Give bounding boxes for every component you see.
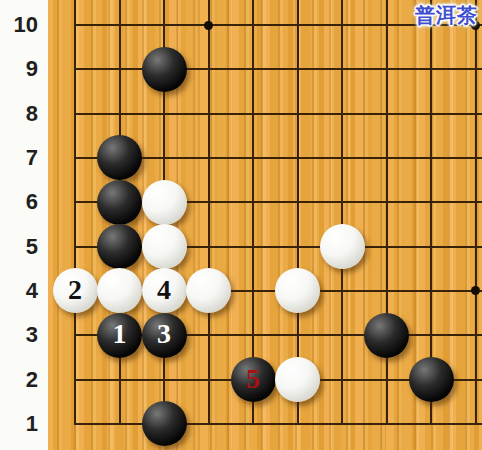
row-label-8: 8 (0, 99, 38, 129)
move-number-label: 5 (246, 365, 260, 393)
row-coordinate-strip: 10987654321 (0, 0, 48, 450)
stone-black (409, 357, 454, 402)
row-label-6: 6 (0, 187, 38, 217)
stone-black (97, 135, 142, 180)
move-number-label: 1 (113, 320, 127, 348)
grid-line-horizontal (74, 113, 482, 115)
row-label-10: 10 (0, 10, 38, 40)
row-label-7: 7 (0, 143, 38, 173)
stone-white (186, 268, 231, 313)
grid-line-vertical (74, 0, 76, 425)
row-label-5: 5 (0, 232, 38, 262)
stone-white (142, 180, 187, 225)
star-point (471, 286, 480, 295)
stone-black: 1 (97, 313, 142, 358)
row-label-4: 4 (0, 276, 38, 306)
grid-line-horizontal (74, 68, 482, 70)
stone-black (142, 401, 187, 446)
row-label-3: 3 (0, 320, 38, 350)
watermark-text: 普洱茶 (415, 2, 478, 29)
grid-line-vertical (386, 0, 388, 425)
grid-line-vertical (208, 0, 210, 425)
row-label-1: 1 (0, 409, 38, 439)
stone-white (275, 268, 320, 313)
star-point (204, 21, 213, 30)
go-board-diagram: 24135 10987654321 普洱茶 (0, 0, 482, 450)
stone-black: 5 (231, 357, 276, 402)
stone-black: 3 (142, 313, 187, 358)
grid-line-horizontal (74, 423, 482, 425)
stone-black (142, 47, 187, 92)
stone-white (97, 268, 142, 313)
stone-white (320, 224, 365, 269)
stone-white (142, 224, 187, 269)
move-number-label: 4 (157, 276, 171, 304)
stone-black (97, 180, 142, 225)
stone-white: 4 (142, 268, 187, 313)
stone-white: 2 (53, 268, 98, 313)
row-label-2: 2 (0, 365, 38, 395)
stone-white (275, 357, 320, 402)
grid-line-vertical (475, 0, 477, 425)
move-number-label: 2 (68, 276, 82, 304)
move-number-label: 3 (157, 320, 171, 348)
stone-black (364, 313, 409, 358)
row-label-9: 9 (0, 54, 38, 84)
grid-line-vertical (341, 0, 343, 425)
stone-black (97, 224, 142, 269)
